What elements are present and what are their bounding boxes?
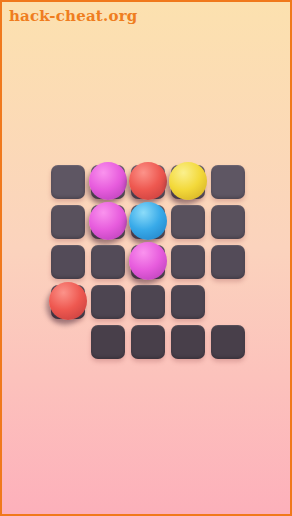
ball-pink-r3c3[interactable] (129, 242, 167, 280)
ball-pink-r2c2[interactable] (89, 202, 127, 240)
watermark-text: hack-cheat.org (9, 7, 137, 25)
tile-r1c4[interactable] (171, 165, 205, 199)
tile-r3c4[interactable] (171, 245, 205, 279)
ball-red-r4c1[interactable] (49, 282, 87, 320)
tile-r4c4[interactable] (171, 285, 205, 319)
ball-yellow-r1c4[interactable] (169, 162, 207, 200)
tile-r1c2[interactable] (91, 165, 125, 199)
tile-r1c3[interactable] (131, 165, 165, 199)
tile-r4c3[interactable] (131, 285, 165, 319)
tile-r2c5[interactable] (211, 205, 245, 239)
tile-r2c2[interactable] (91, 205, 125, 239)
ball-blue-r2c3[interactable] (129, 202, 167, 240)
tile-r5c5[interactable] (211, 325, 245, 359)
tile-r5c2[interactable] (91, 325, 125, 359)
tile-r1c1[interactable] (51, 165, 85, 199)
no-tile-space-r5c1 (51, 325, 85, 359)
tile-r2c3[interactable] (131, 205, 165, 239)
ball-pink-r1c2[interactable] (89, 162, 127, 200)
ball-red-r1c3[interactable] (129, 162, 167, 200)
tile-r3c3[interactable] (131, 245, 165, 279)
tile-r5c3[interactable] (131, 325, 165, 359)
no-tile-space-r4c5 (211, 285, 245, 319)
screenshot-frame: hack-cheat.org (0, 0, 292, 516)
tile-r4c2[interactable] (91, 285, 125, 319)
tile-r2c1[interactable] (51, 205, 85, 239)
tile-r3c2[interactable] (91, 245, 125, 279)
tile-r3c1[interactable] (51, 245, 85, 279)
game-board (51, 165, 245, 359)
tile-r4c1[interactable] (51, 285, 85, 319)
tile-r1c5[interactable] (211, 165, 245, 199)
tile-r3c5[interactable] (211, 245, 245, 279)
tile-r5c4[interactable] (171, 325, 205, 359)
tile-r2c4[interactable] (171, 205, 205, 239)
